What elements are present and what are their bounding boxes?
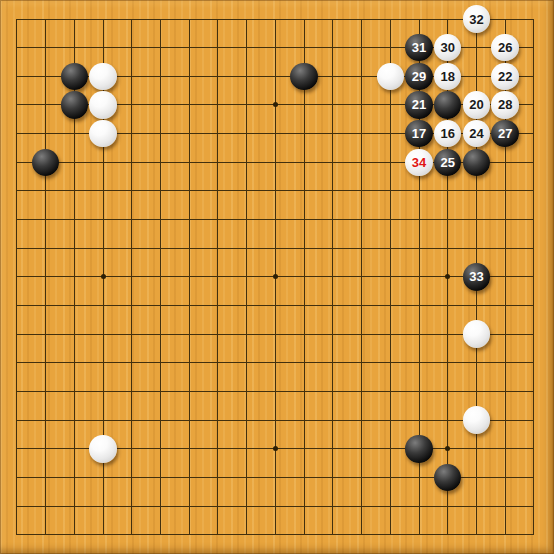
intersection-S12[interactable] <box>491 205 520 234</box>
intersection-R16[interactable]: 20 <box>462 91 491 120</box>
intersection-A5[interactable] <box>3 406 32 435</box>
intersection-P13[interactable] <box>405 177 434 206</box>
intersection-A8[interactable] <box>3 320 32 349</box>
intersection-F11[interactable] <box>146 234 175 263</box>
intersection-R19[interactable]: 32 <box>462 5 491 34</box>
intersection-T18[interactable] <box>520 33 549 62</box>
intersection-R12[interactable] <box>462 205 491 234</box>
intersection-D14[interactable] <box>89 148 118 177</box>
intersection-K19[interactable] <box>261 5 290 34</box>
intersection-F15[interactable] <box>146 119 175 148</box>
intersection-K18[interactable] <box>261 33 290 62</box>
intersection-R15[interactable]: 24 <box>462 119 491 148</box>
intersection-G14[interactable] <box>175 148 204 177</box>
intersection-T3[interactable] <box>520 463 549 492</box>
intersection-O3[interactable] <box>376 463 405 492</box>
intersection-D19[interactable] <box>89 5 118 34</box>
intersection-C10[interactable] <box>60 263 89 292</box>
intersection-J7[interactable] <box>232 349 261 378</box>
intersection-R18[interactable] <box>462 33 491 62</box>
intersection-T13[interactable] <box>520 177 549 206</box>
intersection-H14[interactable] <box>204 148 233 177</box>
intersection-F14[interactable] <box>146 148 175 177</box>
intersection-M8[interactable] <box>319 320 348 349</box>
intersection-J2[interactable] <box>232 492 261 521</box>
intersection-L16[interactable] <box>290 91 319 120</box>
intersection-T1[interactable] <box>520 521 549 550</box>
intersection-Q18[interactable]: 30 <box>433 33 462 62</box>
intersection-S3[interactable] <box>491 463 520 492</box>
intersection-S10[interactable] <box>491 263 520 292</box>
intersection-G3[interactable] <box>175 463 204 492</box>
intersection-E19[interactable] <box>117 5 146 34</box>
intersection-K10[interactable] <box>261 263 290 292</box>
intersection-A13[interactable] <box>3 177 32 206</box>
intersection-C16[interactable] <box>60 91 89 120</box>
intersection-Q2[interactable] <box>433 492 462 521</box>
intersection-A4[interactable] <box>3 435 32 464</box>
intersection-C11[interactable] <box>60 234 89 263</box>
intersection-K15[interactable] <box>261 119 290 148</box>
intersection-H13[interactable] <box>204 177 233 206</box>
intersection-R6[interactable] <box>462 377 491 406</box>
intersection-T16[interactable] <box>520 91 549 120</box>
intersection-A14[interactable] <box>3 148 32 177</box>
intersection-S4[interactable] <box>491 435 520 464</box>
intersection-G16[interactable] <box>175 91 204 120</box>
intersection-N14[interactable] <box>347 148 376 177</box>
intersection-E14[interactable] <box>117 148 146 177</box>
intersection-K4[interactable] <box>261 435 290 464</box>
intersection-C4[interactable] <box>60 435 89 464</box>
intersection-Q6[interactable] <box>433 377 462 406</box>
intersection-K3[interactable] <box>261 463 290 492</box>
intersection-A7[interactable] <box>3 349 32 378</box>
intersection-M11[interactable] <box>319 234 348 263</box>
intersection-E7[interactable] <box>117 349 146 378</box>
intersection-E2[interactable] <box>117 492 146 521</box>
intersection-A15[interactable] <box>3 119 32 148</box>
intersection-E11[interactable] <box>117 234 146 263</box>
intersection-M10[interactable] <box>319 263 348 292</box>
intersection-H17[interactable] <box>204 62 233 91</box>
intersection-T5[interactable] <box>520 406 549 435</box>
intersection-R9[interactable] <box>462 291 491 320</box>
intersection-C9[interactable] <box>60 291 89 320</box>
intersection-D12[interactable] <box>89 205 118 234</box>
intersection-B10[interactable] <box>31 263 60 292</box>
intersection-K8[interactable] <box>261 320 290 349</box>
intersection-B13[interactable] <box>31 177 60 206</box>
intersection-F6[interactable] <box>146 377 175 406</box>
intersection-K5[interactable] <box>261 406 290 435</box>
intersection-L5[interactable] <box>290 406 319 435</box>
intersection-B6[interactable] <box>31 377 60 406</box>
intersection-J17[interactable] <box>232 62 261 91</box>
intersection-R14[interactable] <box>462 148 491 177</box>
intersection-P5[interactable] <box>405 406 434 435</box>
intersection-G5[interactable] <box>175 406 204 435</box>
intersection-D4[interactable] <box>89 435 118 464</box>
intersection-C2[interactable] <box>60 492 89 521</box>
intersection-O4[interactable] <box>376 435 405 464</box>
intersection-B4[interactable] <box>31 435 60 464</box>
intersection-T11[interactable] <box>520 234 549 263</box>
intersection-H1[interactable] <box>204 521 233 550</box>
intersection-P3[interactable] <box>405 463 434 492</box>
intersection-F7[interactable] <box>146 349 175 378</box>
intersection-P15[interactable]: 17 <box>405 119 434 148</box>
intersection-O14[interactable] <box>376 148 405 177</box>
intersection-C6[interactable] <box>60 377 89 406</box>
intersection-E4[interactable] <box>117 435 146 464</box>
intersection-H8[interactable] <box>204 320 233 349</box>
intersection-E6[interactable] <box>117 377 146 406</box>
intersection-T8[interactable] <box>520 320 549 349</box>
intersection-S14[interactable] <box>491 148 520 177</box>
intersection-P6[interactable] <box>405 377 434 406</box>
intersection-N1[interactable] <box>347 521 376 550</box>
intersection-E15[interactable] <box>117 119 146 148</box>
intersection-P16[interactable]: 21 <box>405 91 434 120</box>
intersection-L13[interactable] <box>290 177 319 206</box>
intersection-L14[interactable] <box>290 148 319 177</box>
intersection-A3[interactable] <box>3 463 32 492</box>
intersection-P1[interactable] <box>405 521 434 550</box>
intersection-H10[interactable] <box>204 263 233 292</box>
intersection-C5[interactable] <box>60 406 89 435</box>
intersection-T10[interactable] <box>520 263 549 292</box>
intersection-F19[interactable] <box>146 5 175 34</box>
intersection-R2[interactable] <box>462 492 491 521</box>
intersection-M19[interactable] <box>319 5 348 34</box>
intersection-A18[interactable] <box>3 33 32 62</box>
intersection-Q15[interactable]: 16 <box>433 119 462 148</box>
intersection-D2[interactable] <box>89 492 118 521</box>
intersection-C14[interactable] <box>60 148 89 177</box>
intersection-B9[interactable] <box>31 291 60 320</box>
intersection-O12[interactable] <box>376 205 405 234</box>
intersection-M1[interactable] <box>319 521 348 550</box>
intersection-F2[interactable] <box>146 492 175 521</box>
intersection-O15[interactable] <box>376 119 405 148</box>
intersection-M17[interactable] <box>319 62 348 91</box>
intersection-G9[interactable] <box>175 291 204 320</box>
intersection-J3[interactable] <box>232 463 261 492</box>
intersection-B16[interactable] <box>31 91 60 120</box>
intersection-S7[interactable] <box>491 349 520 378</box>
intersection-N2[interactable] <box>347 492 376 521</box>
intersection-C1[interactable] <box>60 521 89 550</box>
intersection-C7[interactable] <box>60 349 89 378</box>
intersection-D11[interactable] <box>89 234 118 263</box>
intersection-D16[interactable] <box>89 91 118 120</box>
intersection-H4[interactable] <box>204 435 233 464</box>
intersection-K9[interactable] <box>261 291 290 320</box>
intersection-P10[interactable] <box>405 263 434 292</box>
intersection-P18[interactable]: 31 <box>405 33 434 62</box>
intersection-C17[interactable] <box>60 62 89 91</box>
intersection-G4[interactable] <box>175 435 204 464</box>
intersection-C12[interactable] <box>60 205 89 234</box>
intersection-A9[interactable] <box>3 291 32 320</box>
intersection-L15[interactable] <box>290 119 319 148</box>
intersection-J13[interactable] <box>232 177 261 206</box>
intersection-F4[interactable] <box>146 435 175 464</box>
intersection-M13[interactable] <box>319 177 348 206</box>
intersection-O6[interactable] <box>376 377 405 406</box>
intersection-G18[interactable] <box>175 33 204 62</box>
intersection-G13[interactable] <box>175 177 204 206</box>
intersection-R8[interactable] <box>462 320 491 349</box>
intersection-O13[interactable] <box>376 177 405 206</box>
intersection-M4[interactable] <box>319 435 348 464</box>
intersection-H5[interactable] <box>204 406 233 435</box>
intersection-B17[interactable] <box>31 62 60 91</box>
intersection-G6[interactable] <box>175 377 204 406</box>
intersection-T19[interactable] <box>520 5 549 34</box>
intersection-S11[interactable] <box>491 234 520 263</box>
intersection-P19[interactable] <box>405 5 434 34</box>
intersection-M2[interactable] <box>319 492 348 521</box>
intersection-N5[interactable] <box>347 406 376 435</box>
intersection-J12[interactable] <box>232 205 261 234</box>
intersection-H15[interactable] <box>204 119 233 148</box>
intersection-E17[interactable] <box>117 62 146 91</box>
intersection-N11[interactable] <box>347 234 376 263</box>
intersection-F12[interactable] <box>146 205 175 234</box>
intersection-D10[interactable] <box>89 263 118 292</box>
intersection-Q3[interactable] <box>433 463 462 492</box>
intersection-J8[interactable] <box>232 320 261 349</box>
intersection-J19[interactable] <box>232 5 261 34</box>
intersection-K2[interactable] <box>261 492 290 521</box>
intersection-O5[interactable] <box>376 406 405 435</box>
intersection-Q8[interactable] <box>433 320 462 349</box>
intersection-C13[interactable] <box>60 177 89 206</box>
intersection-L12[interactable] <box>290 205 319 234</box>
intersection-Q5[interactable] <box>433 406 462 435</box>
intersection-T12[interactable] <box>520 205 549 234</box>
intersection-S15[interactable]: 27 <box>491 119 520 148</box>
intersection-S18[interactable]: 26 <box>491 33 520 62</box>
intersection-G8[interactable] <box>175 320 204 349</box>
intersection-J4[interactable] <box>232 435 261 464</box>
intersection-S9[interactable] <box>491 291 520 320</box>
intersection-N13[interactable] <box>347 177 376 206</box>
intersection-P9[interactable] <box>405 291 434 320</box>
intersection-O2[interactable] <box>376 492 405 521</box>
intersection-S16[interactable]: 28 <box>491 91 520 120</box>
intersection-H12[interactable] <box>204 205 233 234</box>
intersection-Q11[interactable] <box>433 234 462 263</box>
intersection-Q10[interactable] <box>433 263 462 292</box>
intersection-N18[interactable] <box>347 33 376 62</box>
intersection-F5[interactable] <box>146 406 175 435</box>
intersection-E16[interactable] <box>117 91 146 120</box>
intersection-H9[interactable] <box>204 291 233 320</box>
intersection-T9[interactable] <box>520 291 549 320</box>
intersection-E8[interactable] <box>117 320 146 349</box>
intersection-O8[interactable] <box>376 320 405 349</box>
intersection-S8[interactable] <box>491 320 520 349</box>
intersection-R7[interactable] <box>462 349 491 378</box>
intersection-T17[interactable] <box>520 62 549 91</box>
intersection-G1[interactable] <box>175 521 204 550</box>
intersection-K17[interactable] <box>261 62 290 91</box>
intersection-R11[interactable] <box>462 234 491 263</box>
intersection-K13[interactable] <box>261 177 290 206</box>
intersection-H2[interactable] <box>204 492 233 521</box>
intersection-O19[interactable] <box>376 5 405 34</box>
intersection-S5[interactable] <box>491 406 520 435</box>
intersection-N7[interactable] <box>347 349 376 378</box>
intersection-L4[interactable] <box>290 435 319 464</box>
intersection-Q16[interactable] <box>433 91 462 120</box>
intersection-J14[interactable] <box>232 148 261 177</box>
intersection-E9[interactable] <box>117 291 146 320</box>
intersection-O17[interactable] <box>376 62 405 91</box>
intersection-F16[interactable] <box>146 91 175 120</box>
intersection-N16[interactable] <box>347 91 376 120</box>
intersection-A12[interactable] <box>3 205 32 234</box>
intersection-T4[interactable] <box>520 435 549 464</box>
intersection-D9[interactable] <box>89 291 118 320</box>
intersection-P12[interactable] <box>405 205 434 234</box>
intersection-A1[interactable] <box>3 521 32 550</box>
intersection-D3[interactable] <box>89 463 118 492</box>
intersection-J9[interactable] <box>232 291 261 320</box>
intersection-K7[interactable] <box>261 349 290 378</box>
intersection-K12[interactable] <box>261 205 290 234</box>
intersection-J10[interactable] <box>232 263 261 292</box>
intersection-H6[interactable] <box>204 377 233 406</box>
intersection-B2[interactable] <box>31 492 60 521</box>
intersection-F17[interactable] <box>146 62 175 91</box>
intersection-P2[interactable] <box>405 492 434 521</box>
intersection-L2[interactable] <box>290 492 319 521</box>
intersection-J6[interactable] <box>232 377 261 406</box>
intersection-D8[interactable] <box>89 320 118 349</box>
intersection-M7[interactable] <box>319 349 348 378</box>
intersection-C3[interactable] <box>60 463 89 492</box>
intersection-P14[interactable]: 34 <box>405 148 434 177</box>
intersection-M3[interactable] <box>319 463 348 492</box>
intersection-A10[interactable] <box>3 263 32 292</box>
intersection-B18[interactable] <box>31 33 60 62</box>
intersection-H11[interactable] <box>204 234 233 263</box>
intersection-M6[interactable] <box>319 377 348 406</box>
intersection-D17[interactable] <box>89 62 118 91</box>
intersection-M12[interactable] <box>319 205 348 234</box>
intersection-G2[interactable] <box>175 492 204 521</box>
intersection-O9[interactable] <box>376 291 405 320</box>
intersection-B14[interactable] <box>31 148 60 177</box>
intersection-A17[interactable] <box>3 62 32 91</box>
intersection-P8[interactable] <box>405 320 434 349</box>
intersection-K6[interactable] <box>261 377 290 406</box>
intersection-R5[interactable] <box>462 406 491 435</box>
intersection-L18[interactable] <box>290 33 319 62</box>
intersection-Q13[interactable] <box>433 177 462 206</box>
intersection-K1[interactable] <box>261 521 290 550</box>
intersection-F3[interactable] <box>146 463 175 492</box>
intersection-B12[interactable] <box>31 205 60 234</box>
intersection-H16[interactable] <box>204 91 233 120</box>
intersection-M14[interactable] <box>319 148 348 177</box>
intersection-G19[interactable] <box>175 5 204 34</box>
intersection-L19[interactable] <box>290 5 319 34</box>
intersection-Q19[interactable] <box>433 5 462 34</box>
intersection-C8[interactable] <box>60 320 89 349</box>
intersection-F9[interactable] <box>146 291 175 320</box>
intersection-M9[interactable] <box>319 291 348 320</box>
intersection-M18[interactable] <box>319 33 348 62</box>
intersection-L6[interactable] <box>290 377 319 406</box>
intersection-Q14[interactable]: 25 <box>433 148 462 177</box>
intersection-Q4[interactable] <box>433 435 462 464</box>
intersection-B7[interactable] <box>31 349 60 378</box>
intersection-K14[interactable] <box>261 148 290 177</box>
intersection-J11[interactable] <box>232 234 261 263</box>
intersection-R17[interactable] <box>462 62 491 91</box>
intersection-R13[interactable] <box>462 177 491 206</box>
intersection-Q17[interactable]: 18 <box>433 62 462 91</box>
intersection-L7[interactable] <box>290 349 319 378</box>
intersection-D15[interactable] <box>89 119 118 148</box>
intersection-L3[interactable] <box>290 463 319 492</box>
intersection-O1[interactable] <box>376 521 405 550</box>
intersection-R1[interactable] <box>462 521 491 550</box>
intersection-E1[interactable] <box>117 521 146 550</box>
intersection-R4[interactable] <box>462 435 491 464</box>
intersection-B1[interactable] <box>31 521 60 550</box>
intersection-S19[interactable] <box>491 5 520 34</box>
intersection-S6[interactable] <box>491 377 520 406</box>
intersection-E5[interactable] <box>117 406 146 435</box>
intersection-F18[interactable] <box>146 33 175 62</box>
intersection-M16[interactable] <box>319 91 348 120</box>
intersection-Q9[interactable] <box>433 291 462 320</box>
intersection-O18[interactable] <box>376 33 405 62</box>
intersection-N3[interactable] <box>347 463 376 492</box>
intersection-G17[interactable] <box>175 62 204 91</box>
intersection-E10[interactable] <box>117 263 146 292</box>
intersection-N12[interactable] <box>347 205 376 234</box>
intersection-S1[interactable] <box>491 521 520 550</box>
intersection-B3[interactable] <box>31 463 60 492</box>
intersection-Q12[interactable] <box>433 205 462 234</box>
intersection-K16[interactable] <box>261 91 290 120</box>
intersection-T7[interactable] <box>520 349 549 378</box>
intersection-J16[interactable] <box>232 91 261 120</box>
intersection-D7[interactable] <box>89 349 118 378</box>
intersection-G7[interactable] <box>175 349 204 378</box>
intersection-M5[interactable] <box>319 406 348 435</box>
intersection-D18[interactable] <box>89 33 118 62</box>
intersection-N17[interactable] <box>347 62 376 91</box>
intersection-G12[interactable] <box>175 205 204 234</box>
intersection-E13[interactable] <box>117 177 146 206</box>
intersection-P7[interactable] <box>405 349 434 378</box>
intersection-L1[interactable] <box>290 521 319 550</box>
intersection-O10[interactable] <box>376 263 405 292</box>
intersection-C19[interactable] <box>60 5 89 34</box>
intersection-Q7[interactable] <box>433 349 462 378</box>
intersection-F8[interactable] <box>146 320 175 349</box>
intersection-F13[interactable] <box>146 177 175 206</box>
intersection-F10[interactable] <box>146 263 175 292</box>
